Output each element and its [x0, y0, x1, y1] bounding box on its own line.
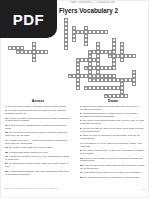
clue-number: 16 — [85, 67, 87, 69]
clue-item: 22. a large fortified building, often wi… — [5, 170, 71, 176]
clue-number: 20 — [121, 79, 123, 81]
clue-number: 2 — [73, 27, 74, 29]
down-column: Down 1. used to protect someone from eit… — [80, 99, 146, 198]
crossword-cell — [124, 94, 128, 98]
clue-number: 21 — [85, 87, 87, 89]
clue-item: 13. the act of traveling from one place … — [5, 131, 71, 137]
clue-number: 10 — [17, 51, 19, 53]
clue-item: 16. the middle of the night; 12 o'clock … — [5, 146, 71, 149]
crossword-cell — [44, 50, 48, 54]
across-column: Across 4. a person who creates or design… — [5, 99, 71, 198]
clue-item: 15. a sea creature with eight tentacles … — [80, 164, 146, 170]
clue-item: 5. a piece of jewellery worn on the wris… — [80, 127, 146, 133]
page-indicator: 1/2 — [135, 188, 145, 190]
clue-number: 4 — [77, 31, 78, 33]
footer-url: https://crosswordlabs.com/view/flyers-vo… — [5, 187, 105, 189]
crossword-cell — [76, 86, 80, 90]
clue-item: 1. used to protect someone from either t… — [80, 105, 146, 111]
clue-number: 12 — [89, 55, 91, 57]
clue-number: 5 — [113, 39, 114, 41]
clue-number: 13 — [109, 55, 111, 57]
clue-item: 20. the man that somebody is married to;… — [80, 176, 146, 179]
clue-item: 6. what you earn by working or selling t… — [80, 134, 146, 140]
clue-number: 15 — [77, 63, 79, 65]
clue-number: 19 — [93, 79, 95, 81]
across-heading: Across — [5, 99, 71, 103]
clue-item: 4. a person who creates or designs cloth… — [5, 105, 71, 108]
clue-item: 2. a competition or game in which people… — [80, 112, 146, 118]
crossword-cell — [104, 30, 108, 34]
down-clue-list: 1. used to protect someone from either t… — [80, 105, 146, 179]
down-heading: Down — [80, 99, 146, 103]
clue-number: 8 — [121, 43, 122, 45]
clue-item: 12. a point in the middle of the day, al… — [80, 157, 146, 163]
crossword-cell — [112, 66, 116, 70]
crossword-cell — [64, 46, 68, 50]
clue-number: 1 — [65, 19, 66, 21]
clue-number: 14 — [77, 59, 79, 61]
clue-item: 19. a sport played with a ball over a ne… — [5, 155, 71, 161]
clue-item: 18. a person that takes pictures for a j… — [5, 151, 71, 154]
crossword-cell — [120, 58, 124, 62]
crossword-grid: 12345678910111213141516171819202122 — [8, 18, 136, 98]
clue-number: 9 — [9, 47, 10, 49]
clues-section: Across 4. a person who creates or design… — [5, 99, 146, 198]
clue-number: 3 — [85, 27, 86, 29]
document-header-line: Flyers Vocabulary 2 - Crossword Labs — [70, 1, 123, 4]
clue-item: 8. the energy from the sun, a lamp, etc.… — [80, 149, 146, 155]
clue-number: 17 — [133, 71, 135, 73]
clue-number: 6 — [33, 43, 34, 45]
clue-item: 11. a form of public transportation cons… — [5, 124, 71, 130]
clue-number: 22 — [105, 95, 107, 97]
across-clue-list: 4. a person who creates or designs cloth… — [5, 105, 71, 176]
crossword-cell — [32, 58, 36, 62]
clue-item: 14. a large bird of prey (= a bird that … — [5, 139, 71, 145]
clue-item: 17. a car with a driver that you pay to … — [80, 171, 146, 174]
pdf-preview[interactable]: Flyers Vocabulary 2 - Crossword Labs PDF… — [0, 0, 149, 198]
clue-number: 7 — [97, 43, 98, 45]
crossword-cell — [84, 42, 88, 46]
crossword-cell — [72, 38, 76, 42]
clue-item: 21. an object used to make music, such a… — [5, 162, 71, 168]
crossword-cell — [132, 82, 136, 86]
clue-item: 7. a celebration or event, often involvi… — [80, 142, 146, 148]
clue-number: 11 — [89, 51, 91, 53]
page-title: Flyers Vocabulary 2 — [59, 7, 118, 14]
clue-item: 9. a yellow precious metal used for maki… — [5, 109, 71, 115]
clue-item: 3. one of the round objects under a car,… — [80, 119, 146, 125]
crossword-cell — [132, 54, 136, 58]
clue-item: 10. a piece of jewelry worn around the n… — [5, 117, 71, 123]
clue-number: 18 — [69, 75, 71, 77]
